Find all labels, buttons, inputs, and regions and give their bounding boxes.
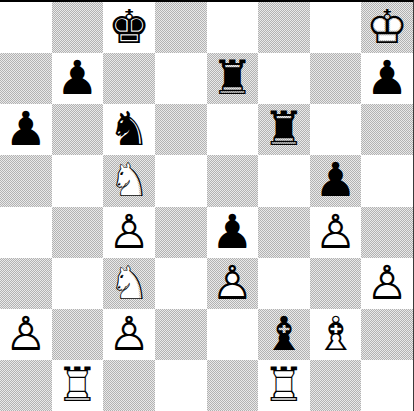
square-f5[interactable] (258, 155, 310, 206)
bishop-glyph-outline: ♗ (310, 309, 362, 360)
square-a3[interactable] (0, 258, 52, 309)
piece-white-pawn: ♟♙ (207, 258, 259, 309)
square-e5[interactable] (207, 155, 259, 206)
pawn-glyph: ♟ (0, 104, 52, 155)
piece-black-bishop: ♝ (258, 309, 310, 360)
piece-black-king: ♚ (103, 2, 155, 53)
square-c5[interactable]: ♞♘ (103, 155, 155, 206)
square-h8[interactable]: ♚♔ (361, 2, 413, 53)
square-c3[interactable]: ♞♘ (103, 258, 155, 309)
square-f7[interactable] (258, 53, 310, 104)
king-glyph-outline: ♔ (361, 2, 413, 53)
square-g3[interactable] (310, 258, 362, 309)
square-c2[interactable]: ♟♙ (103, 309, 155, 360)
pawn-glyph: ♟ (310, 155, 362, 206)
pawn-glyph-outline: ♙ (103, 309, 155, 360)
square-d7[interactable] (155, 53, 207, 104)
knight-glyph-outline: ♘ (103, 258, 155, 309)
square-a1[interactable] (0, 360, 52, 411)
piece-black-pawn: ♟ (52, 53, 104, 104)
pawn-glyph: ♟ (52, 53, 104, 104)
bishop-glyph: ♝ (258, 309, 310, 360)
square-e2[interactable] (207, 309, 259, 360)
square-d8[interactable] (155, 2, 207, 53)
piece-white-bishop: ♝♗ (310, 309, 362, 360)
square-b5[interactable] (52, 155, 104, 206)
pawn-glyph: ♟ (207, 207, 259, 258)
piece-white-pawn: ♟♙ (103, 309, 155, 360)
square-h2[interactable] (361, 309, 413, 360)
piece-black-pawn: ♟ (361, 53, 413, 104)
square-d3[interactable] (155, 258, 207, 309)
square-a8[interactable] (0, 2, 52, 53)
square-h4[interactable] (361, 207, 413, 258)
pawn-glyph-outline: ♙ (103, 207, 155, 258)
pawn-glyph-outline: ♙ (0, 309, 52, 360)
piece-black-pawn: ♟ (0, 104, 52, 155)
pawn-glyph-outline: ♙ (361, 258, 413, 309)
square-b1[interactable]: ♜♖ (52, 360, 104, 411)
piece-black-rook: ♜ (258, 104, 310, 155)
square-g4[interactable]: ♟♙ (310, 207, 362, 258)
square-c8[interactable]: ♚ (103, 2, 155, 53)
king-glyph: ♚ (103, 2, 155, 53)
piece-black-knight: ♞ (103, 104, 155, 155)
piece-black-rook: ♜ (207, 53, 259, 104)
square-f4[interactable] (258, 207, 310, 258)
square-b6[interactable] (52, 104, 104, 155)
square-c7[interactable] (103, 53, 155, 104)
pawn-glyph-outline: ♙ (310, 207, 362, 258)
square-c4[interactable]: ♟♙ (103, 207, 155, 258)
rook-glyph: ♜ (258, 104, 310, 155)
square-d4[interactable] (155, 207, 207, 258)
square-e7[interactable]: ♜ (207, 53, 259, 104)
square-h1[interactable] (361, 360, 413, 411)
piece-white-pawn: ♟♙ (310, 207, 362, 258)
square-f6[interactable]: ♜ (258, 104, 310, 155)
square-g8[interactable] (310, 2, 362, 53)
square-h6[interactable] (361, 104, 413, 155)
square-f8[interactable] (258, 2, 310, 53)
square-h5[interactable] (361, 155, 413, 206)
square-f1[interactable]: ♜♖ (258, 360, 310, 411)
square-g5[interactable]: ♟ (310, 155, 362, 206)
square-e8[interactable] (207, 2, 259, 53)
piece-black-pawn: ♟ (207, 207, 259, 258)
square-a6[interactable]: ♟ (0, 104, 52, 155)
piece-black-pawn: ♟ (310, 155, 362, 206)
square-g1[interactable] (310, 360, 362, 411)
square-h7[interactable]: ♟ (361, 53, 413, 104)
piece-white-rook: ♜♖ (52, 360, 104, 411)
square-e4[interactable]: ♟ (207, 207, 259, 258)
rook-glyph: ♜ (207, 53, 259, 104)
square-g2[interactable]: ♝♗ (310, 309, 362, 360)
square-b2[interactable] (52, 309, 104, 360)
square-g7[interactable] (310, 53, 362, 104)
square-a4[interactable] (0, 207, 52, 258)
pawn-glyph: ♟ (361, 53, 413, 104)
square-a7[interactable] (0, 53, 52, 104)
square-d6[interactable] (155, 104, 207, 155)
square-f3[interactable] (258, 258, 310, 309)
square-e1[interactable] (207, 360, 259, 411)
square-g6[interactable] (310, 104, 362, 155)
square-d2[interactable] (155, 309, 207, 360)
square-c6[interactable]: ♞ (103, 104, 155, 155)
piece-white-knight: ♞♘ (103, 258, 155, 309)
square-e6[interactable] (207, 104, 259, 155)
square-c1[interactable] (103, 360, 155, 411)
piece-white-rook: ♜♖ (258, 360, 310, 411)
rook-glyph-outline: ♖ (258, 360, 310, 411)
square-b3[interactable] (52, 258, 104, 309)
square-b8[interactable] (52, 2, 104, 53)
chess-board: ♚♚♔♟♜♟♟♞♜♞♘♟♟♙♟♟♙♞♘♟♙♟♙♟♙♟♙♝♝♗♜♖♜♖ (0, 0, 414, 411)
pawn-glyph-outline: ♙ (207, 258, 259, 309)
square-e3[interactable]: ♟♙ (207, 258, 259, 309)
piece-white-king: ♚♔ (361, 2, 413, 53)
knight-glyph: ♞ (103, 104, 155, 155)
piece-white-pawn: ♟♙ (103, 207, 155, 258)
square-f2[interactable]: ♝ (258, 309, 310, 360)
piece-white-knight: ♞♘ (103, 155, 155, 206)
rook-glyph-outline: ♖ (52, 360, 104, 411)
square-h3[interactable]: ♟♙ (361, 258, 413, 309)
square-b4[interactable] (52, 207, 104, 258)
knight-glyph-outline: ♘ (103, 155, 155, 206)
square-a2[interactable]: ♟♙ (0, 309, 52, 360)
square-d5[interactable] (155, 155, 207, 206)
piece-white-pawn: ♟♙ (0, 309, 52, 360)
piece-white-pawn: ♟♙ (361, 258, 413, 309)
square-b7[interactable]: ♟ (52, 53, 104, 104)
square-d1[interactable] (155, 360, 207, 411)
square-a5[interactable] (0, 155, 52, 206)
